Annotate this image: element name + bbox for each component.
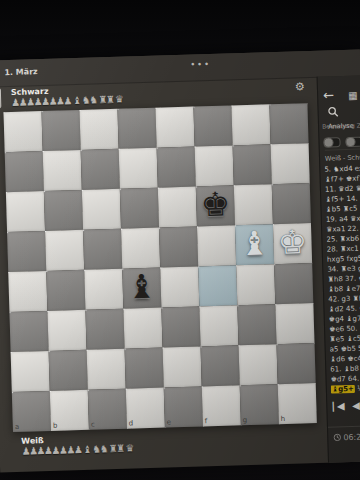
black-bishop[interactable]: ♝	[122, 268, 161, 307]
square-g2[interactable]	[239, 344, 278, 385]
square-e7[interactable]	[157, 147, 196, 188]
square-h2[interactable]	[277, 343, 316, 384]
square-d6[interactable]	[120, 188, 159, 229]
skip-to-start-icon[interactable]: |◀	[331, 400, 347, 411]
square-b3[interactable]	[47, 310, 86, 351]
square-g4[interactable]	[236, 264, 275, 305]
square-g7[interactable]	[233, 144, 272, 185]
square-h4[interactable]	[274, 263, 313, 304]
toggle-labels: BewertungZughinweise	[322, 121, 360, 129]
square-b7[interactable]	[43, 150, 82, 191]
square-e6[interactable]	[158, 186, 197, 227]
square-b1[interactable]: b	[50, 390, 89, 431]
square-d2[interactable]	[125, 348, 164, 389]
file-label-b: b	[53, 422, 58, 430]
move-navigation: |◀ ◀	[331, 400, 360, 412]
zughinweise-toggle[interactable]	[345, 136, 360, 146]
captured-pieces-white: ♟♟♟♟♟♟♟♟ ♝ ♞♞ ♜♜ ♛	[21, 442, 133, 456]
square-f4[interactable]	[198, 265, 237, 306]
photo-background: 1. März ••• ♞ Schwarz ♟♟♟♟♟♟♟♟ ♝ ♞♞ ♜♜ ♛…	[0, 0, 360, 480]
square-f1[interactable]: f	[202, 385, 241, 426]
square-d1[interactable]: d	[126, 388, 165, 429]
square-f2[interactable]	[201, 345, 240, 386]
captured-pieces-black: ♟♟♟♟♟♟♟♟ ♝ ♞♞ ♜♜ ♛	[11, 94, 123, 108]
square-f8[interactable]	[193, 105, 232, 146]
square-e5[interactable]	[159, 226, 198, 267]
square-c5[interactable]	[83, 229, 122, 270]
square-a5[interactable]	[7, 231, 46, 272]
file-label-h: h	[281, 415, 286, 423]
toggle-switches	[323, 130, 360, 150]
tablet-screen: 1. März ••• ♞ Schwarz ♟♟♟♟♟♟♟♟ ♝ ♞♞ ♜♜ ♛…	[0, 50, 360, 473]
square-a6[interactable]	[6, 191, 45, 232]
square-h6[interactable]	[272, 183, 311, 224]
back-icon[interactable]: ←	[323, 87, 334, 102]
square-f5[interactable]	[197, 225, 236, 266]
square-g6[interactable]	[234, 184, 273, 225]
file-label-a: a	[15, 423, 20, 431]
square-c2[interactable]	[87, 349, 126, 390]
file-label-c: c	[91, 421, 95, 429]
bewertung-toggle[interactable]	[323, 137, 340, 147]
square-b8[interactable]	[41, 110, 80, 151]
magnifier-icon	[327, 106, 338, 117]
square-g3[interactable]	[237, 304, 276, 345]
zughinweise-label: Zughinweise	[357, 121, 360, 129]
square-b5[interactable]	[45, 230, 84, 271]
game-date-title: 1. März	[4, 67, 38, 77]
square-b6[interactable]	[44, 190, 83, 231]
square-d8[interactable]	[117, 108, 156, 149]
square-f7[interactable]	[195, 145, 234, 186]
move-list: 5. ♞xd4 exd4♝f7+ ♚xf7 111. ♛d2 ♛a5♝f5+ 1…	[324, 163, 360, 396]
square-c6[interactable]	[82, 189, 121, 230]
board-area: ♞ Schwarz ♟♟♟♟♟♟♟♟ ♝ ♞♞ ♜♜ ♛ ⚙ ♚♝♚♝abcde…	[0, 77, 328, 473]
square-e2[interactable]	[163, 346, 202, 387]
square-e8[interactable]	[155, 107, 194, 148]
square-e3[interactable]	[161, 306, 200, 347]
square-a8[interactable]	[4, 111, 43, 152]
square-d4[interactable]: ♝	[122, 268, 161, 309]
file-label-d: d	[129, 419, 134, 427]
square-a3[interactable]	[9, 311, 48, 352]
square-h8[interactable]	[269, 103, 308, 144]
square-g8[interactable]	[231, 104, 270, 145]
step-back-icon[interactable]: ◀	[352, 400, 360, 411]
square-a4[interactable]	[8, 271, 47, 312]
square-e1[interactable]: e	[164, 386, 203, 427]
current-move[interactable]: ♝g5+	[331, 385, 355, 394]
square-a1[interactable]: a	[12, 391, 51, 432]
file-label-g: g	[243, 416, 248, 424]
sidebar-nav-row: ← ▦	[323, 83, 360, 103]
square-f3[interactable]	[199, 305, 238, 346]
clock-icon	[333, 433, 341, 441]
white-king[interactable]: ♚	[273, 223, 312, 262]
game-title: Weiß - Schwarz	[325, 148, 360, 162]
square-h5[interactable]: ♚	[273, 223, 312, 264]
square-h1[interactable]: h	[278, 383, 317, 424]
move-line[interactable]: ♝g5+ ½-	[331, 383, 360, 394]
white-bishop[interactable]: ♝	[235, 224, 274, 263]
square-a7[interactable]	[5, 151, 44, 192]
bewertung-label: Bewertung	[322, 122, 355, 130]
square-c4[interactable]	[84, 269, 123, 310]
square-c3[interactable]	[85, 309, 124, 350]
black-king[interactable]: ♚	[196, 185, 235, 224]
clock-row: 06:2	[328, 425, 360, 442]
board-grid-icon[interactable]: ▦	[348, 90, 358, 101]
clock-time: 06:2	[343, 433, 360, 443]
square-c7[interactable]	[81, 149, 120, 190]
square-b4[interactable]	[46, 270, 85, 311]
square-d7[interactable]	[119, 148, 158, 189]
square-g5[interactable]: ♝	[235, 224, 274, 265]
square-c8[interactable]	[79, 109, 118, 150]
square-f6[interactable]: ♚	[196, 185, 235, 226]
square-a2[interactable]	[11, 351, 50, 392]
file-label-f: f	[205, 417, 208, 425]
square-d3[interactable]	[123, 308, 162, 349]
square-h7[interactable]	[271, 143, 310, 184]
more-menu-icon[interactable]: •••	[190, 59, 211, 70]
file-label-e: e	[167, 418, 172, 426]
gear-icon[interactable]: ⚙	[295, 80, 305, 93]
square-d5[interactable]	[121, 228, 160, 269]
square-c1[interactable]: c	[88, 389, 127, 430]
chess-board: ♚♝♚♝abcdefgh	[4, 103, 317, 432]
square-h3[interactable]	[275, 303, 314, 344]
square-b2[interactable]	[49, 350, 88, 391]
avatar[interactable]: ♞	[0, 88, 1, 108]
square-e4[interactable]	[160, 266, 199, 307]
square-g1[interactable]: g	[240, 384, 279, 425]
